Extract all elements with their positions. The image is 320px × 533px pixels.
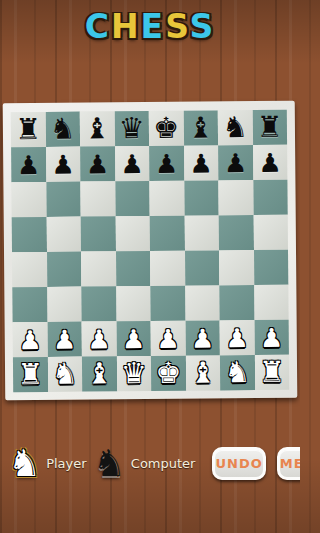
square-b2[interactable]: ♟: [47, 322, 82, 357]
undo-button[interactable]: UNDO: [212, 447, 265, 480]
square-g1[interactable]: ♞: [220, 355, 255, 390]
piece-white-king: ♚: [155, 359, 181, 388]
square-f8[interactable]: ♝: [183, 110, 218, 145]
piece-black-knight: ♞: [50, 115, 76, 144]
title-letter: S: [189, 7, 215, 46]
piece-black-knight: ♞: [222, 113, 248, 142]
computer-label: Computer: [131, 456, 196, 471]
square-d8[interactable]: ♛: [114, 111, 149, 146]
title-letter: H: [111, 7, 141, 46]
square-a4[interactable]: [12, 252, 47, 287]
square-f7[interactable]: ♟: [184, 145, 219, 180]
square-c8[interactable]: ♝: [80, 111, 115, 146]
piece-white-pawn: ♟: [122, 326, 146, 352]
piece-black-pawn: ♟: [120, 151, 144, 177]
square-d1[interactable]: ♛: [116, 356, 151, 391]
white-knight-icon: ♞: [8, 445, 41, 482]
title-letter: S: [165, 7, 189, 46]
square-d6[interactable]: [115, 181, 150, 216]
square-h6[interactable]: [253, 180, 288, 215]
square-h5[interactable]: [253, 215, 288, 250]
square-e7[interactable]: ♟: [149, 146, 184, 181]
square-g4[interactable]: [219, 250, 254, 285]
square-d7[interactable]: ♟: [115, 146, 150, 181]
square-e1[interactable]: ♚: [151, 356, 186, 391]
piece-black-bishop: ♝: [84, 114, 110, 143]
square-a1[interactable]: ♜: [13, 357, 48, 392]
piece-black-pawn: ♟: [258, 149, 282, 175]
square-f4[interactable]: [185, 250, 220, 285]
square-e2[interactable]: ♟: [151, 321, 186, 356]
piece-black-rook: ♜: [257, 113, 283, 142]
square-d4[interactable]: [116, 251, 151, 286]
square-d3[interactable]: [116, 286, 151, 321]
square-g6[interactable]: [218, 180, 253, 215]
game-title: CHESS: [0, 5, 300, 49]
square-h1[interactable]: ♜: [254, 355, 289, 390]
square-b5[interactable]: [46, 217, 81, 252]
square-c7[interactable]: ♟: [80, 146, 115, 181]
title-letter: C: [85, 7, 111, 46]
square-h4[interactable]: [254, 250, 289, 285]
piece-black-king: ♚: [153, 114, 179, 143]
square-a2[interactable]: ♟: [13, 322, 48, 357]
square-c6[interactable]: [80, 181, 115, 216]
piece-white-bishop: ♝: [86, 359, 112, 388]
piece-black-pawn: ♟: [155, 150, 179, 176]
square-e8[interactable]: ♚: [149, 111, 184, 146]
square-b8[interactable]: ♞: [45, 112, 80, 147]
square-b4[interactable]: [47, 252, 82, 287]
piece-white-pawn: ♟: [225, 325, 249, 351]
paper-sheet: ♜♞♝♛♚♝♞♜♟♟♟♟♟♟♟♟♟♟♟♟♟♟♟♟♜♞♝♛♚♝♞♜: [3, 101, 298, 401]
square-e3[interactable]: [150, 286, 185, 321]
piece-white-pawn: ♟: [156, 325, 180, 351]
menu-button[interactable]: MENU: [277, 447, 300, 480]
square-d5[interactable]: [115, 216, 150, 251]
square-a8[interactable]: ♜: [11, 112, 46, 147]
square-b3[interactable]: [47, 287, 82, 322]
piece-black-rook: ♜: [15, 115, 41, 144]
piece-white-knight: ♞: [52, 360, 78, 389]
square-h7[interactable]: ♟: [253, 145, 288, 180]
square-c5[interactable]: [81, 216, 116, 251]
square-h3[interactable]: [254, 285, 289, 320]
square-f5[interactable]: [184, 215, 219, 250]
piece-black-bishop: ♝: [188, 113, 214, 142]
square-e6[interactable]: [149, 181, 184, 216]
bottom-bar: ♞ Player ♞ Computer UNDO MENU: [0, 437, 300, 489]
piece-black-queen: ♛: [119, 114, 145, 143]
piece-white-queen: ♛: [121, 359, 147, 388]
piece-white-pawn: ♟: [18, 326, 42, 352]
piece-white-pawn: ♟: [87, 326, 111, 352]
square-g7[interactable]: ♟: [218, 145, 253, 180]
chess-app: { "game": "chess", "position": { "fen": …: [0, 0, 300, 533]
square-c4[interactable]: [81, 251, 116, 286]
square-a5[interactable]: [12, 217, 47, 252]
square-b1[interactable]: ♞: [47, 357, 82, 392]
square-f3[interactable]: [185, 285, 220, 320]
piece-white-knight: ♞: [224, 358, 250, 387]
piece-white-pawn: ♟: [53, 326, 77, 352]
square-g8[interactable]: ♞: [218, 110, 253, 145]
player-label: Player: [46, 456, 86, 471]
square-a7[interactable]: ♟: [11, 147, 46, 182]
square-g3[interactable]: [219, 285, 254, 320]
chess-board: ♜♞♝♛♚♝♞♜♟♟♟♟♟♟♟♟♟♟♟♟♟♟♟♟♜♞♝♛♚♝♞♜: [11, 110, 289, 392]
piece-white-rook: ♜: [17, 360, 43, 389]
piece-black-pawn: ♟: [86, 151, 110, 177]
square-b7[interactable]: ♟: [46, 147, 81, 182]
square-f1[interactable]: ♝: [185, 355, 220, 390]
square-h8[interactable]: ♜: [252, 110, 287, 145]
piece-white-pawn: ♟: [260, 324, 284, 350]
square-e4[interactable]: [150, 251, 185, 286]
square-c1[interactable]: ♝: [82, 356, 117, 391]
black-knight-icon: ♞: [93, 445, 126, 482]
square-h2[interactable]: ♟: [254, 320, 289, 355]
square-c2[interactable]: ♟: [82, 321, 117, 356]
square-e5[interactable]: [150, 216, 185, 251]
piece-black-pawn: ♟: [189, 150, 213, 176]
title-letter: E: [141, 7, 166, 46]
piece-white-pawn: ♟: [191, 325, 215, 351]
square-d2[interactable]: ♟: [116, 321, 151, 356]
piece-black-pawn: ♟: [224, 150, 248, 176]
square-f2[interactable]: ♟: [185, 320, 220, 355]
piece-white-bishop: ♝: [190, 358, 216, 387]
square-g2[interactable]: ♟: [220, 320, 255, 355]
square-a3[interactable]: [12, 287, 47, 322]
piece-white-rook: ♜: [259, 358, 285, 387]
square-a6[interactable]: [11, 182, 46, 217]
square-c3[interactable]: [81, 286, 116, 321]
piece-black-pawn: ♟: [51, 151, 75, 177]
square-f6[interactable]: [184, 180, 219, 215]
piece-black-pawn: ♟: [17, 151, 41, 177]
square-b6[interactable]: [46, 182, 81, 217]
square-g5[interactable]: [219, 215, 254, 250]
